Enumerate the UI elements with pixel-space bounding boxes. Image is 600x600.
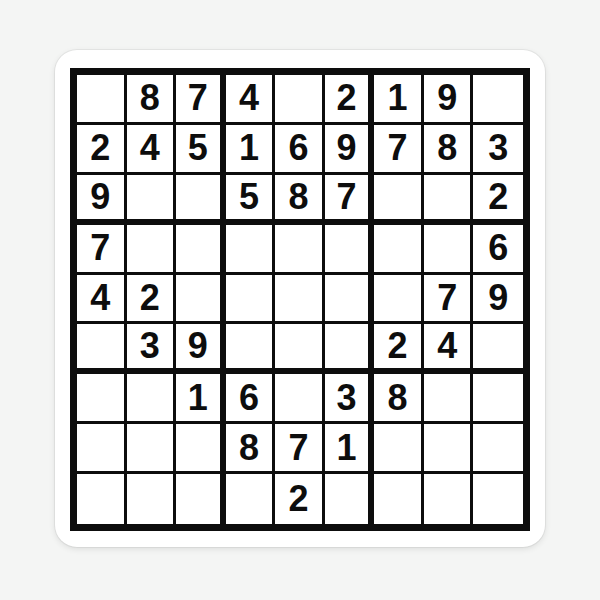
cell-r6c3[interactable]: 9 bbox=[176, 324, 226, 374]
cell-r5c9[interactable]: 9 bbox=[473, 275, 523, 325]
cell-r1c7[interactable]: 1 bbox=[374, 75, 424, 125]
cell-r4c7[interactable] bbox=[374, 225, 424, 275]
cell-r1c2[interactable]: 8 bbox=[127, 75, 177, 125]
cell-r2c9[interactable]: 3 bbox=[473, 125, 523, 175]
sudoku-board: 87421924516978395872764279392416388712 bbox=[70, 68, 530, 531]
cell-r6c5[interactable] bbox=[275, 324, 325, 374]
cell-r4c3[interactable] bbox=[176, 225, 226, 275]
cell-r8c7[interactable] bbox=[374, 424, 424, 474]
cell-r8c3[interactable] bbox=[176, 424, 226, 474]
cell-r7c7[interactable]: 8 bbox=[374, 374, 424, 424]
cell-r7c5[interactable] bbox=[275, 374, 325, 424]
cell-r7c4[interactable]: 6 bbox=[226, 374, 276, 424]
cell-r9c7[interactable] bbox=[374, 474, 424, 524]
cell-r4c6[interactable] bbox=[325, 225, 375, 275]
sticker: 87421924516978395872764279392416388712 bbox=[55, 50, 545, 547]
cell-r3c3[interactable] bbox=[176, 175, 226, 225]
cell-r8c6[interactable]: 1 bbox=[325, 424, 375, 474]
cell-r8c1[interactable] bbox=[77, 424, 127, 474]
cell-r6c1[interactable] bbox=[77, 324, 127, 374]
cell-r8c9[interactable] bbox=[473, 424, 523, 474]
cell-r1c6[interactable]: 2 bbox=[325, 75, 375, 125]
cell-r4c8[interactable] bbox=[424, 225, 474, 275]
cell-r9c2[interactable] bbox=[127, 474, 177, 524]
cell-r1c9[interactable] bbox=[473, 75, 523, 125]
cell-r2c7[interactable]: 7 bbox=[374, 125, 424, 175]
cell-r3c8[interactable] bbox=[424, 175, 474, 225]
cell-r4c9[interactable]: 6 bbox=[473, 225, 523, 275]
cell-r5c7[interactable] bbox=[374, 275, 424, 325]
cell-r8c5[interactable]: 7 bbox=[275, 424, 325, 474]
cell-r9c8[interactable] bbox=[424, 474, 474, 524]
cell-r9c3[interactable] bbox=[176, 474, 226, 524]
cell-r2c6[interactable]: 9 bbox=[325, 125, 375, 175]
cell-r5c8[interactable]: 7 bbox=[424, 275, 474, 325]
cell-r2c4[interactable]: 1 bbox=[226, 125, 276, 175]
cell-r2c5[interactable]: 6 bbox=[275, 125, 325, 175]
cell-r5c3[interactable] bbox=[176, 275, 226, 325]
cell-r9c4[interactable] bbox=[226, 474, 276, 524]
cell-r9c5[interactable]: 2 bbox=[275, 474, 325, 524]
cell-r6c9[interactable] bbox=[473, 324, 523, 374]
cell-r2c3[interactable]: 5 bbox=[176, 125, 226, 175]
cell-r7c1[interactable] bbox=[77, 374, 127, 424]
cell-r6c2[interactable]: 3 bbox=[127, 324, 177, 374]
cell-r7c9[interactable] bbox=[473, 374, 523, 424]
cell-r6c6[interactable] bbox=[325, 324, 375, 374]
cell-r3c9[interactable]: 2 bbox=[473, 175, 523, 225]
cell-r1c8[interactable]: 9 bbox=[424, 75, 474, 125]
cell-r9c6[interactable] bbox=[325, 474, 375, 524]
cell-r1c1[interactable] bbox=[77, 75, 127, 125]
cell-r9c1[interactable] bbox=[77, 474, 127, 524]
cell-r1c5[interactable] bbox=[275, 75, 325, 125]
cell-r6c7[interactable]: 2 bbox=[374, 324, 424, 374]
cell-r3c7[interactable] bbox=[374, 175, 424, 225]
cell-r4c5[interactable] bbox=[275, 225, 325, 275]
cell-r2c8[interactable]: 8 bbox=[424, 125, 474, 175]
cell-r8c2[interactable] bbox=[127, 424, 177, 474]
cell-r2c2[interactable]: 4 bbox=[127, 125, 177, 175]
cell-r6c8[interactable]: 4 bbox=[424, 324, 474, 374]
cell-r3c5[interactable]: 8 bbox=[275, 175, 325, 225]
cell-r9c9[interactable] bbox=[473, 474, 523, 524]
cell-r7c2[interactable] bbox=[127, 374, 177, 424]
cell-r2c1[interactable]: 2 bbox=[77, 125, 127, 175]
cell-r7c3[interactable]: 1 bbox=[176, 374, 226, 424]
cell-r8c4[interactable]: 8 bbox=[226, 424, 276, 474]
cell-r7c8[interactable] bbox=[424, 374, 474, 424]
cell-r4c4[interactable] bbox=[226, 225, 276, 275]
cell-r5c5[interactable] bbox=[275, 275, 325, 325]
cell-r1c3[interactable]: 7 bbox=[176, 75, 226, 125]
cell-r5c6[interactable] bbox=[325, 275, 375, 325]
cell-r3c1[interactable]: 9 bbox=[77, 175, 127, 225]
cell-r7c6[interactable]: 3 bbox=[325, 374, 375, 424]
cell-r6c4[interactable] bbox=[226, 324, 276, 374]
cell-r4c1[interactable]: 7 bbox=[77, 225, 127, 275]
cell-r5c4[interactable] bbox=[226, 275, 276, 325]
cell-r5c1[interactable]: 4 bbox=[77, 275, 127, 325]
cell-r5c2[interactable]: 2 bbox=[127, 275, 177, 325]
cell-r8c8[interactable] bbox=[424, 424, 474, 474]
cell-r1c4[interactable]: 4 bbox=[226, 75, 276, 125]
cell-r3c6[interactable]: 7 bbox=[325, 175, 375, 225]
cell-r3c4[interactable]: 5 bbox=[226, 175, 276, 225]
cell-r3c2[interactable] bbox=[127, 175, 177, 225]
cell-r4c2[interactable] bbox=[127, 225, 177, 275]
